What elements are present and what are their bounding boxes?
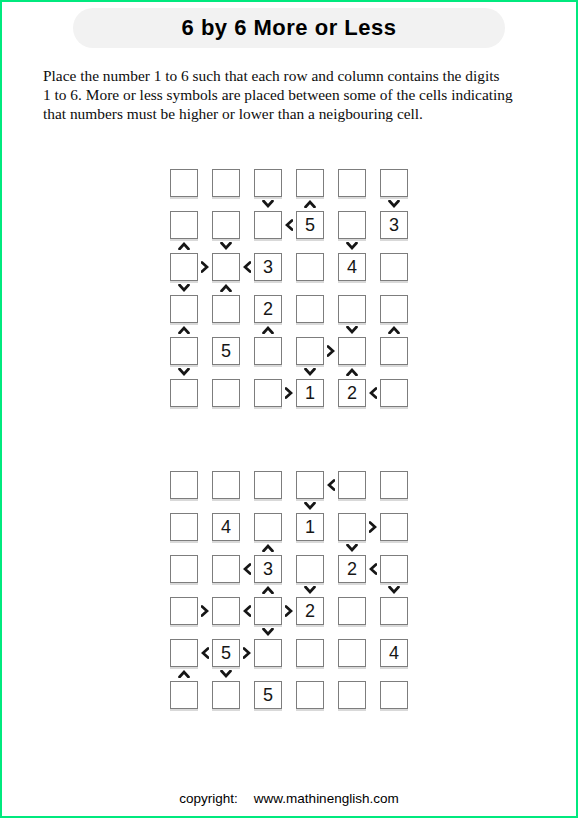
cell-r3c3: 3 bbox=[254, 253, 282, 281]
cell-r6c4: 1 bbox=[296, 379, 324, 407]
cell-r4c2[interactable] bbox=[212, 295, 240, 323]
cell-r2c1[interactable] bbox=[170, 211, 198, 239]
cell-r3c3: 3 bbox=[254, 555, 282, 583]
cell-r1c6[interactable] bbox=[380, 471, 408, 499]
chevron-down-icon bbox=[380, 583, 408, 597]
worksheet-page: 6 by 6 More or Less Place the number 1 t… bbox=[0, 0, 578, 818]
cell-r5c4[interactable] bbox=[296, 337, 324, 365]
chevron-down-icon bbox=[212, 239, 240, 253]
chevron-up-icon bbox=[296, 197, 324, 211]
cell-r4c2[interactable] bbox=[212, 597, 240, 625]
chevron-down-icon bbox=[338, 323, 366, 337]
cell-r2c6: 3 bbox=[380, 211, 408, 239]
cell-r1c4[interactable] bbox=[296, 169, 324, 197]
cell-r1c5[interactable] bbox=[338, 471, 366, 499]
cell-r5c2: 5 bbox=[212, 337, 240, 365]
puzzle-grid-1: 53342512 bbox=[170, 169, 408, 407]
chevron-down-icon bbox=[296, 583, 324, 597]
cell-r5c1[interactable] bbox=[170, 337, 198, 365]
cell-r1c4[interactable] bbox=[296, 471, 324, 499]
cell-r5c6: 4 bbox=[380, 639, 408, 667]
instructions-line-2: 1 to 6. More or less symbols are placed … bbox=[43, 85, 513, 104]
cell-r4c1[interactable] bbox=[170, 597, 198, 625]
cell-r2c5[interactable] bbox=[338, 211, 366, 239]
puzzle-grid-2: 41322545 bbox=[170, 471, 408, 709]
chevron-left-icon bbox=[240, 555, 254, 583]
cell-r2c2: 4 bbox=[212, 513, 240, 541]
cell-r1c3[interactable] bbox=[254, 471, 282, 499]
cell-r2c1[interactable] bbox=[170, 513, 198, 541]
cell-r6c3[interactable] bbox=[254, 379, 282, 407]
instructions-line-3: that numbers must be higher or lower tha… bbox=[43, 104, 513, 123]
cell-r2c5[interactable] bbox=[338, 513, 366, 541]
cell-r3c1[interactable] bbox=[170, 555, 198, 583]
cell-r6c2[interactable] bbox=[212, 379, 240, 407]
cell-r2c4: 1 bbox=[296, 513, 324, 541]
cell-r4c6[interactable] bbox=[380, 295, 408, 323]
cell-r4c5[interactable] bbox=[338, 295, 366, 323]
cell-r4c5[interactable] bbox=[338, 597, 366, 625]
chevron-down-icon bbox=[380, 197, 408, 211]
chevron-down-icon bbox=[296, 499, 324, 513]
cell-r5c3[interactable] bbox=[254, 337, 282, 365]
cell-r1c6[interactable] bbox=[380, 169, 408, 197]
cell-r4c4: 2 bbox=[296, 597, 324, 625]
chevron-right-icon bbox=[282, 597, 296, 625]
cell-r1c1[interactable] bbox=[170, 471, 198, 499]
cell-r1c1[interactable] bbox=[170, 169, 198, 197]
chevron-left-icon bbox=[366, 379, 380, 407]
chevron-right-icon bbox=[198, 597, 212, 625]
chevron-right-icon bbox=[282, 379, 296, 407]
cell-r2c6[interactable] bbox=[380, 513, 408, 541]
chevron-right-icon bbox=[198, 253, 212, 281]
chevron-down-icon bbox=[338, 239, 366, 253]
cell-r6c1[interactable] bbox=[170, 379, 198, 407]
cell-r5c2: 5 bbox=[212, 639, 240, 667]
chevron-up-icon bbox=[170, 323, 198, 337]
cell-r3c6[interactable] bbox=[380, 253, 408, 281]
chevron-left-icon bbox=[366, 555, 380, 583]
chevron-down-icon bbox=[170, 365, 198, 379]
cell-r2c2[interactable] bbox=[212, 211, 240, 239]
cell-r3c4[interactable] bbox=[296, 253, 324, 281]
cell-r2c3[interactable] bbox=[254, 513, 282, 541]
cell-r4c6[interactable] bbox=[380, 597, 408, 625]
cell-r1c2[interactable] bbox=[212, 169, 240, 197]
chevron-up-icon bbox=[380, 323, 408, 337]
copyright-label: copyright: bbox=[179, 791, 238, 806]
cell-r3c5: 4 bbox=[338, 253, 366, 281]
cell-r6c5: 2 bbox=[338, 379, 366, 407]
cell-r3c6[interactable] bbox=[380, 555, 408, 583]
cell-r5c1[interactable] bbox=[170, 639, 198, 667]
cell-r5c3[interactable] bbox=[254, 639, 282, 667]
cell-r4c3[interactable] bbox=[254, 597, 282, 625]
cell-r5c5[interactable] bbox=[338, 337, 366, 365]
cell-r4c1[interactable] bbox=[170, 295, 198, 323]
cell-r4c4[interactable] bbox=[296, 295, 324, 323]
cell-r5c4[interactable] bbox=[296, 639, 324, 667]
site-url: www.mathinenglish.com bbox=[254, 791, 399, 806]
cell-r3c2[interactable] bbox=[212, 253, 240, 281]
cell-r6c4[interactable] bbox=[296, 681, 324, 709]
chevron-up-icon bbox=[254, 541, 282, 555]
cell-r6c6[interactable] bbox=[380, 681, 408, 709]
cell-r6c3: 5 bbox=[254, 681, 282, 709]
instructions-line-1: Place the number 1 to 6 such that each r… bbox=[43, 66, 513, 85]
cell-r3c5: 2 bbox=[338, 555, 366, 583]
chevron-up-icon bbox=[338, 365, 366, 379]
cell-r4c3: 2 bbox=[254, 295, 282, 323]
cell-r1c3[interactable] bbox=[254, 169, 282, 197]
cell-r6c5[interactable] bbox=[338, 681, 366, 709]
cell-r6c6[interactable] bbox=[380, 379, 408, 407]
cell-r6c2[interactable] bbox=[212, 681, 240, 709]
cell-r2c4: 5 bbox=[296, 211, 324, 239]
chevron-left-icon bbox=[324, 471, 338, 499]
chevron-down-icon bbox=[254, 625, 282, 639]
chevron-down-icon bbox=[170, 281, 198, 295]
chevron-right-icon bbox=[240, 639, 254, 667]
chevron-left-icon bbox=[240, 597, 254, 625]
chevron-up-icon bbox=[212, 281, 240, 295]
chevron-up-icon bbox=[170, 239, 198, 253]
chevron-down-icon bbox=[254, 197, 282, 211]
chevron-down-icon bbox=[338, 541, 366, 555]
cell-r1c5[interactable] bbox=[338, 169, 366, 197]
cell-r3c4[interactable] bbox=[296, 555, 324, 583]
chevron-up-icon bbox=[170, 667, 198, 681]
cell-r5c5[interactable] bbox=[338, 639, 366, 667]
chevron-down-icon bbox=[296, 365, 324, 379]
chevron-down-icon bbox=[212, 667, 240, 681]
page-title: 6 by 6 More or Less bbox=[182, 15, 397, 41]
instructions: Place the number 1 to 6 such that each r… bbox=[43, 66, 513, 123]
cell-r6c1[interactable] bbox=[170, 681, 198, 709]
cell-r1c2[interactable] bbox=[212, 471, 240, 499]
footer: copyright: www.mathinenglish.com bbox=[2, 791, 576, 806]
chevron-left-icon bbox=[198, 639, 212, 667]
chevron-left-icon bbox=[282, 211, 296, 239]
cell-r3c1[interactable] bbox=[170, 253, 198, 281]
chevron-right-icon bbox=[324, 337, 338, 365]
chevron-right-icon bbox=[366, 513, 380, 541]
title-banner: 6 by 6 More or Less bbox=[73, 8, 505, 48]
chevron-up-icon bbox=[254, 323, 282, 337]
cell-r5c6[interactable] bbox=[380, 337, 408, 365]
chevron-up-icon bbox=[254, 583, 282, 597]
cell-r2c3[interactable] bbox=[254, 211, 282, 239]
chevron-left-icon bbox=[240, 253, 254, 281]
cell-r3c2[interactable] bbox=[212, 555, 240, 583]
